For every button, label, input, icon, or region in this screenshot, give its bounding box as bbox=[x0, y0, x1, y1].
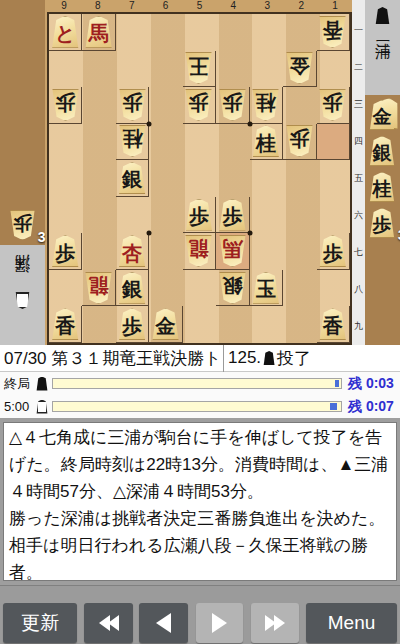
file-label: 7 bbox=[115, 0, 149, 12]
gote-time-bar bbox=[52, 401, 342, 412]
board-square-34: 桂 bbox=[250, 124, 283, 161]
board-square-75: 銀 bbox=[116, 160, 149, 197]
gote-time-remaining: 残 0:07 bbox=[348, 398, 394, 416]
sente-knight: 桂 bbox=[251, 125, 280, 157]
hoshi-dot bbox=[147, 231, 152, 236]
sente-hand-silver: 銀 bbox=[369, 136, 396, 166]
sente-promoted-lance: 杏 bbox=[118, 235, 147, 267]
rank-labels: 一二三四五六七八九 bbox=[352, 12, 365, 345]
forward-icon bbox=[212, 613, 227, 633]
file-label: 4 bbox=[216, 0, 250, 12]
board-square-19: 香 bbox=[317, 306, 350, 343]
gote-pawn: 歩 bbox=[118, 89, 147, 121]
fast-backward-button[interactable] bbox=[84, 603, 133, 643]
board-square-13: 歩 bbox=[317, 87, 350, 124]
gote-dragon: 龍 bbox=[184, 235, 213, 267]
update-button[interactable]: 更新 bbox=[3, 603, 77, 643]
gote-clock-row: 5:00 残 0:07 bbox=[0, 395, 400, 418]
sente-pawn: 歩 bbox=[184, 199, 213, 231]
board-square-74: 桂 bbox=[116, 124, 149, 161]
board-square-57: 龍 bbox=[183, 233, 216, 270]
rank-label: 六 bbox=[352, 197, 365, 234]
sente-captured-tray: 金銀桂歩3 bbox=[365, 95, 400, 345]
board-square-81: 馬 bbox=[82, 14, 115, 51]
sente-time-bar bbox=[52, 378, 342, 389]
hoshi-dot bbox=[247, 121, 252, 126]
file-label: 2 bbox=[284, 0, 318, 12]
sente-clock-row: 終局 残 0:03 bbox=[0, 372, 400, 395]
board-square-48: 銀 bbox=[216, 270, 249, 307]
board-square-47: 馬 bbox=[216, 233, 249, 270]
gote-dragon: 龍 bbox=[84, 272, 113, 304]
board-square-97: 歩 bbox=[49, 233, 82, 270]
sente-pawn: 歩 bbox=[51, 235, 80, 267]
board-section: 歩3 深浦 987654321 一二三四五六七八九 と馬香王金歩歩歩歩桂歩桂桂歩… bbox=[0, 0, 400, 345]
game-info-bar: 07/30 第３１期竜王戦決勝ト 125. 投了 終局 残 0:03 5:00 … bbox=[0, 345, 400, 418]
gote-gold: 金 bbox=[285, 52, 314, 84]
board-square-73: 歩 bbox=[116, 87, 149, 124]
gote-captured-tray: 歩3 bbox=[0, 0, 45, 245]
sente-pawn: 歩 bbox=[318, 235, 347, 267]
board-square-17: 歩 bbox=[317, 233, 350, 270]
current-move: 125. 投了 bbox=[224, 347, 311, 370]
back-icon bbox=[156, 613, 171, 633]
hand-piece-count: 3 bbox=[38, 229, 46, 245]
board-square-52: 王 bbox=[183, 51, 216, 88]
board-square-38: 玉 bbox=[250, 270, 283, 307]
file-label: 8 bbox=[81, 0, 115, 12]
rank-label: 七 bbox=[352, 234, 365, 271]
commentary-text[interactable]: △４七角成に三浦が駒台に手を伸ばして投了を告げた。終局時刻は22時13分。消費時… bbox=[3, 422, 397, 581]
gote-knight: 桂 bbox=[251, 89, 280, 121]
board-square-56: 歩 bbox=[183, 197, 216, 234]
sente-lance: 香 bbox=[51, 308, 80, 340]
menu-button[interactable]: Menu bbox=[306, 603, 397, 643]
board-square-53: 歩 bbox=[183, 87, 216, 124]
bottom-toolbar: 更新 Menu bbox=[0, 585, 400, 644]
sente-player-panel: 三浦 bbox=[365, 0, 400, 95]
sente-pawn: 歩 bbox=[218, 199, 247, 231]
fast-forward-icon bbox=[274, 615, 285, 631]
gote-hand-pieces: 歩3 bbox=[0, 205, 45, 241]
sente-player-name: 三浦 bbox=[372, 28, 393, 32]
rank-label: 一 bbox=[352, 12, 365, 49]
next-move-button[interactable] bbox=[196, 603, 243, 643]
hand-piece-pawn: 歩3 bbox=[369, 208, 397, 239]
gote-knight: 桂 bbox=[118, 125, 147, 157]
rank-label: 五 bbox=[352, 160, 365, 197]
board-square-69: 金 bbox=[149, 306, 182, 343]
game-date: 07/30 bbox=[4, 349, 47, 368]
rank-label: 四 bbox=[352, 123, 365, 160]
commentary-paragraph-1: △４七角成に三浦が駒台に手を伸ばして投了を告げた。終局時刻は22時13分。消費時… bbox=[9, 428, 388, 501]
file-label: 9 bbox=[47, 0, 81, 12]
file-label: 3 bbox=[250, 0, 284, 12]
gote-hand-pawn: 歩 bbox=[9, 210, 36, 240]
hand-piece-silver: 銀 bbox=[369, 136, 397, 167]
rank-label: 八 bbox=[352, 271, 365, 308]
commentary-paragraph-2: 勝った深浦は挑戦者決定三番勝負進出を決めた。相手は明日行われる広瀬八段－久保王将… bbox=[9, 509, 385, 581]
gote-pawn: 歩 bbox=[318, 89, 347, 121]
board-square-91: と bbox=[49, 14, 82, 51]
hand-piece-gold: 金 bbox=[369, 100, 397, 131]
sente-clock-label: 終局 bbox=[0, 375, 36, 393]
sente-hand-pawn: 歩 bbox=[369, 208, 396, 238]
file-label: 5 bbox=[183, 0, 217, 12]
board-square-33: 桂 bbox=[250, 87, 283, 124]
board-square-99: 香 bbox=[49, 306, 82, 343]
board-square-88: 龍 bbox=[82, 270, 115, 307]
board-square-22: 金 bbox=[283, 51, 316, 88]
sente-time-remaining: 残 0:03 bbox=[348, 375, 394, 393]
gote-king: 王 bbox=[184, 52, 213, 84]
board-square-93: 歩 bbox=[49, 87, 82, 124]
sente-silver: 銀 bbox=[118, 272, 147, 304]
board-square-79: 歩 bbox=[116, 306, 149, 343]
gote-piece-icon bbox=[15, 292, 30, 309]
sente-piece-icon bbox=[375, 7, 390, 24]
hand-piece-knight: 桂 bbox=[369, 172, 397, 203]
gote-silver: 銀 bbox=[218, 272, 247, 304]
gote-pawn: 歩 bbox=[285, 125, 314, 157]
event-title: 07/30 第３１期竜王戦決勝ト bbox=[0, 347, 223, 370]
previous-move-button[interactable] bbox=[139, 603, 188, 643]
sente-piece-icon bbox=[263, 351, 275, 365]
gote-pawn: 歩 bbox=[218, 89, 247, 121]
hand-piece-pawn: 歩3 bbox=[9, 210, 37, 241]
gote-player-name: 深浦 bbox=[12, 282, 33, 286]
sente-pawn: 歩 bbox=[118, 308, 147, 340]
sente-hand-pieces: 金銀桂歩3 bbox=[365, 95, 400, 239]
sente-gold: 金 bbox=[151, 308, 180, 340]
file-labels: 987654321 bbox=[47, 0, 352, 12]
move-number: 125. bbox=[228, 348, 261, 368]
board-square-14 bbox=[317, 124, 350, 161]
board-square-46: 歩 bbox=[216, 197, 249, 234]
sente-tokin: と bbox=[51, 16, 80, 48]
fast-backward-icon bbox=[108, 615, 119, 631]
hoshi-dot bbox=[147, 121, 152, 126]
rank-label: 三 bbox=[352, 86, 365, 123]
gote-time-marker bbox=[330, 403, 337, 410]
board-square-78: 銀 bbox=[116, 270, 149, 307]
gote-pawn: 歩 bbox=[51, 89, 80, 121]
sente-king: 玉 bbox=[251, 272, 280, 304]
board-square-43: 歩 bbox=[216, 87, 249, 124]
gote-piece-icon bbox=[36, 400, 48, 414]
sente-hand-knight: 桂 bbox=[369, 172, 396, 202]
sente-time-marker bbox=[335, 380, 339, 387]
move-text: 投了 bbox=[277, 347, 311, 370]
fast-forward-button[interactable] bbox=[251, 603, 299, 643]
rank-label: 九 bbox=[352, 308, 365, 345]
sente-piece-icon bbox=[36, 377, 48, 391]
gote-clock-label: 5:00 bbox=[0, 399, 36, 414]
shogi-board: と馬香王金歩歩歩歩桂歩桂桂歩銀歩歩歩杏龍馬歩龍銀銀玉香歩金香 bbox=[47, 12, 352, 345]
sente-lance: 香 bbox=[318, 308, 347, 340]
event-name: 第３１期竜王戦決勝ト bbox=[51, 349, 221, 368]
file-label: 6 bbox=[149, 0, 183, 12]
board-grid: と馬香王金歩歩歩歩桂歩桂桂歩銀歩歩歩杏龍馬歩龍銀銀玉香歩金香 bbox=[49, 14, 350, 343]
shogi-kifu-viewer: 歩3 深浦 987654321 一二三四五六七八九 と馬香王金歩歩歩歩桂歩桂桂歩… bbox=[0, 0, 400, 644]
gote-pawn: 歩 bbox=[184, 89, 213, 121]
commentary-section: △４七角成に三浦が駒台に手を伸ばして投了を告げた。終局時刻は22時13分。消費時… bbox=[0, 418, 400, 585]
rank-label: 二 bbox=[352, 49, 365, 86]
game-info-header: 07/30 第３１期竜王戦決勝ト 125. 投了 bbox=[0, 345, 400, 372]
sente-promoted-bishop: 馬 bbox=[84, 16, 113, 48]
gote-player-panel: 深浦 bbox=[0, 245, 45, 345]
board-square-77: 杏 bbox=[116, 233, 149, 270]
hoshi-dot bbox=[247, 231, 252, 236]
file-label: 1 bbox=[318, 0, 352, 12]
gote-promoted-bishop: 馬 bbox=[218, 235, 247, 267]
gote-lance: 香 bbox=[318, 16, 347, 48]
board-square-11: 香 bbox=[317, 14, 350, 51]
board-square-24: 歩 bbox=[283, 124, 316, 161]
sente-silver: 銀 bbox=[118, 162, 147, 194]
